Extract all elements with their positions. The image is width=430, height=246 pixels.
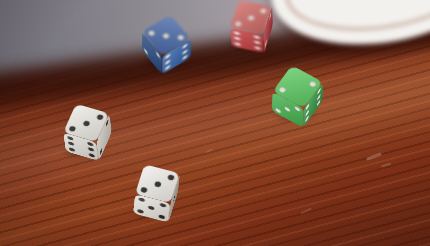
pip [259,7,266,13]
pip [148,205,154,210]
pip [165,58,170,64]
pip [138,197,144,202]
pip [67,135,73,140]
pip [254,45,260,49]
pip [96,114,104,121]
pip [173,193,175,201]
pip [317,87,320,95]
pip [68,125,76,132]
pip [176,33,184,40]
pip [182,48,187,54]
pip [147,29,155,36]
pip [269,11,271,19]
pip [88,152,94,157]
pip [165,64,170,70]
pip [87,141,93,146]
pip [247,14,254,20]
pip [234,36,240,40]
pip [305,114,308,122]
pip [68,141,74,146]
pip [167,174,175,181]
pip [105,119,108,127]
pip [162,31,170,38]
pip [233,31,239,35]
pip [153,180,161,187]
pip [158,214,164,219]
pip [99,147,102,155]
pip [234,41,240,45]
pip [87,147,93,152]
pip [82,119,90,126]
photo-dice-on-table [0,0,430,246]
pip [165,53,170,59]
pip [144,47,147,54]
pip [278,85,287,92]
pip [317,93,320,101]
pip [137,209,143,214]
pip [254,40,260,44]
pip [305,102,308,110]
pip [140,186,148,193]
pip [294,105,299,111]
pip [308,80,317,87]
pip [234,20,241,26]
pip [159,202,165,207]
pip [275,107,280,113]
pip [182,42,187,48]
pip [68,147,74,152]
pip [305,108,308,116]
pip [265,39,267,47]
pip [317,98,320,106]
pip [285,106,290,112]
pip [253,35,259,39]
pip [182,54,187,60]
